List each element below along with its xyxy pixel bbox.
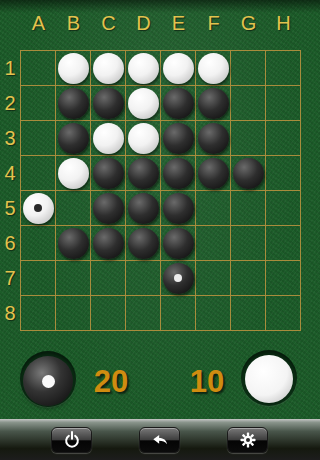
last-move-dot-A5 <box>34 204 42 212</box>
board-cell-G8[interactable] <box>231 296 266 331</box>
row-label-2: 2 <box>0 86 20 121</box>
board-cell-D1[interactable] <box>126 51 161 86</box>
board-cell-D2[interactable] <box>126 86 161 121</box>
board-cell-A1[interactable] <box>21 51 56 86</box>
board-cell-B7[interactable] <box>56 261 91 296</box>
turn-indicator-dot <box>42 375 55 388</box>
black-disc-D4 <box>128 158 159 189</box>
board-cell-D5[interactable] <box>126 191 161 226</box>
board-cell-A6[interactable] <box>21 226 56 261</box>
board-cell-B3[interactable] <box>56 121 91 156</box>
white-disc-C3 <box>93 123 124 154</box>
board-cell-H7[interactable] <box>266 261 301 296</box>
board-cell-D4[interactable] <box>126 156 161 191</box>
board-cell-B5[interactable] <box>56 191 91 226</box>
white-disc-B4 <box>58 158 89 189</box>
board-cell-C4[interactable] <box>91 156 126 191</box>
black-disc-B2 <box>58 88 89 119</box>
board-cell-B4[interactable] <box>56 156 91 191</box>
board-cell-C2[interactable] <box>91 86 126 121</box>
board-cell-C1[interactable] <box>91 51 126 86</box>
board-cell-H2[interactable] <box>266 86 301 121</box>
othello-app-screen: ABCDEFGH 12345678 20 10 <box>0 0 320 460</box>
white-disc-D3 <box>128 123 159 154</box>
board-cell-H8[interactable] <box>266 296 301 331</box>
black-disc-D5 <box>128 193 159 224</box>
board-cell-F7[interactable] <box>196 261 231 296</box>
white-disc-D2 <box>128 88 159 119</box>
board-cell-G5[interactable] <box>231 191 266 226</box>
column-label-A: A <box>21 12 56 35</box>
board-cell-H6[interactable] <box>266 226 301 261</box>
column-label-D: D <box>126 12 161 35</box>
undo-arrow-icon <box>150 430 170 450</box>
board-cell-E8[interactable] <box>161 296 196 331</box>
white-score: 10 <box>184 364 230 400</box>
black-disc-C5 <box>93 193 124 224</box>
board-cell-F3[interactable] <box>196 121 231 156</box>
board-cell-C5[interactable] <box>91 191 126 226</box>
board-cell-F4[interactable] <box>196 156 231 191</box>
board-cell-F8[interactable] <box>196 296 231 331</box>
board-cell-A3[interactable] <box>21 121 56 156</box>
board-cell-G6[interactable] <box>231 226 266 261</box>
white-disc-C1 <box>93 53 124 84</box>
column-labels: ABCDEFGH <box>21 12 301 35</box>
row-labels: 12345678 <box>0 51 20 331</box>
board-cell-H1[interactable] <box>266 51 301 86</box>
white-disc-F1 <box>198 53 229 84</box>
column-label-E: E <box>161 12 196 35</box>
board-cell-D6[interactable] <box>126 226 161 261</box>
black-score: 20 <box>88 364 134 400</box>
board-cell-E6[interactable] <box>161 226 196 261</box>
board-cell-A7[interactable] <box>21 261 56 296</box>
row-label-5: 5 <box>0 191 20 226</box>
row-label-8: 8 <box>0 296 20 331</box>
black-disc-E5 <box>163 193 194 224</box>
board-cell-A5[interactable] <box>21 191 56 226</box>
black-disc-C2 <box>93 88 124 119</box>
column-label-G: G <box>231 12 266 35</box>
board-cell-D3[interactable] <box>126 121 161 156</box>
white-disc-D1 <box>128 53 159 84</box>
board-cell-F6[interactable] <box>196 226 231 261</box>
black-disc-B3 <box>58 123 89 154</box>
black-disc-D6 <box>128 228 159 259</box>
board-cell-H3[interactable] <box>266 121 301 156</box>
white-disc-E1 <box>163 53 194 84</box>
column-label-C: C <box>91 12 126 35</box>
black-disc-E7 <box>163 263 194 294</box>
board-cell-B6[interactable] <box>56 226 91 261</box>
board-cell-C3[interactable] <box>91 121 126 156</box>
board-cell-C7[interactable] <box>91 261 126 296</box>
column-label-B: B <box>56 12 91 35</box>
board-cell-G2[interactable] <box>231 86 266 121</box>
board-cell-F2[interactable] <box>196 86 231 121</box>
board-cell-E4[interactable] <box>161 156 196 191</box>
row-label-4: 4 <box>0 156 20 191</box>
board-cell-A2[interactable] <box>21 86 56 121</box>
board-cell-B1[interactable] <box>56 51 91 86</box>
board-cell-G4[interactable] <box>231 156 266 191</box>
gear-icon <box>238 430 258 450</box>
black-disc-C4 <box>93 158 124 189</box>
row-label-3: 3 <box>0 121 20 156</box>
board-cell-B8[interactable] <box>56 296 91 331</box>
black-disc-F4 <box>198 158 229 189</box>
black-disc-E3 <box>163 123 194 154</box>
black-disc-G4 <box>233 158 264 189</box>
board-cell-H4[interactable] <box>266 156 301 191</box>
board-cell-E5[interactable] <box>161 191 196 226</box>
white-disc-B1 <box>58 53 89 84</box>
board-cell-A4[interactable] <box>21 156 56 191</box>
board-cell-D8[interactable] <box>126 296 161 331</box>
board-cell-C8[interactable] <box>91 296 126 331</box>
board-cell-B2[interactable] <box>56 86 91 121</box>
black-disc-F2 <box>198 88 229 119</box>
board-cell-G1[interactable] <box>231 51 266 86</box>
board-cell-E1[interactable] <box>161 51 196 86</box>
board-cell-G7[interactable] <box>231 261 266 296</box>
board-cell-H5[interactable] <box>266 191 301 226</box>
black-disc-F3 <box>198 123 229 154</box>
board-cell-F1[interactable] <box>196 51 231 86</box>
black-score-piece <box>23 356 73 406</box>
row-label-7: 7 <box>0 261 20 296</box>
black-disc-C6 <box>93 228 124 259</box>
board-cell-E3[interactable] <box>161 121 196 156</box>
black-disc-E6 <box>163 228 194 259</box>
white-score-piece <box>245 355 293 403</box>
bottom-toolbar <box>0 419 320 460</box>
white-disc-A5 <box>23 193 54 224</box>
black-disc-B6 <box>58 228 89 259</box>
last-move-dot-E7 <box>174 274 182 282</box>
board <box>20 50 301 331</box>
power-button[interactable] <box>51 427 92 453</box>
undo-button[interactable] <box>139 427 180 453</box>
board-cell-F5[interactable] <box>196 191 231 226</box>
board-cell-E7[interactable] <box>161 261 196 296</box>
board-cell-C6[interactable] <box>91 226 126 261</box>
black-disc-E2 <box>163 88 194 119</box>
row-label-6: 6 <box>0 226 20 261</box>
board-cell-A8[interactable] <box>21 296 56 331</box>
board-cell-D7[interactable] <box>126 261 161 296</box>
column-label-F: F <box>196 12 231 35</box>
settings-button[interactable] <box>227 427 268 453</box>
board-cell-E2[interactable] <box>161 86 196 121</box>
board-cell-G3[interactable] <box>231 121 266 156</box>
black-disc-E4 <box>163 158 194 189</box>
column-label-H: H <box>266 12 301 35</box>
row-label-1: 1 <box>0 51 20 86</box>
power-icon <box>62 430 82 450</box>
